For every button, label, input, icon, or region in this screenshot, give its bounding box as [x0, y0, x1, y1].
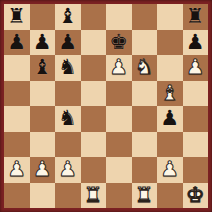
- square-c7: ♟: [55, 30, 81, 56]
- square-e4: [106, 106, 132, 132]
- chess-board-frame: ♜♝♜♟♟♟♚♟♝♞♟♞♟♝♞♟♟♟♟♟♜♜♚: [0, 0, 212, 212]
- square-h7: ♟: [183, 30, 209, 56]
- square-d7: [81, 30, 107, 56]
- white-knight-piece: ♞: [135, 55, 154, 81]
- chess-board: ♜♝♜♟♟♟♚♟♝♞♟♞♟♝♞♟♟♟♟♟♜♜♚: [4, 4, 208, 208]
- square-c3: [55, 132, 81, 158]
- square-g6: [157, 55, 183, 81]
- square-f4: [132, 106, 158, 132]
- square-h3: [183, 132, 209, 158]
- white-rook-piece: ♜: [84, 183, 103, 209]
- white-pawn-piece: ♟: [33, 157, 52, 183]
- black-pawn-piece: ♟: [58, 30, 77, 56]
- square-h4: [183, 106, 209, 132]
- square-f1: ♜: [132, 183, 158, 209]
- square-f5: [132, 81, 158, 107]
- square-g5: ♝: [157, 81, 183, 107]
- black-king-piece: ♚: [109, 30, 128, 56]
- square-e6: ♟: [106, 55, 132, 81]
- black-knight-piece: ♞: [58, 106, 77, 132]
- square-c6: ♞: [55, 55, 81, 81]
- square-a4: [4, 106, 30, 132]
- square-e3: [106, 132, 132, 158]
- black-pawn-piece: ♟: [33, 30, 52, 56]
- square-b7: ♟: [30, 30, 56, 56]
- square-d2: [81, 157, 107, 183]
- square-d8: [81, 4, 107, 30]
- square-d6: [81, 55, 107, 81]
- square-c8: ♝: [55, 4, 81, 30]
- square-d3: [81, 132, 107, 158]
- square-c1: [55, 183, 81, 209]
- white-pawn-piece: ♟: [58, 157, 77, 183]
- square-e1: [106, 183, 132, 209]
- square-a7: ♟: [4, 30, 30, 56]
- white-rook-piece: ♜: [135, 183, 154, 209]
- square-d1: ♜: [81, 183, 107, 209]
- square-g7: [157, 30, 183, 56]
- white-pawn-piece: ♟: [7, 157, 26, 183]
- square-b1: [30, 183, 56, 209]
- square-b8: [30, 4, 56, 30]
- white-pawn-piece: ♟: [186, 55, 205, 81]
- square-f7: [132, 30, 158, 56]
- square-f6: ♞: [132, 55, 158, 81]
- white-pawn-piece: ♟: [160, 157, 179, 183]
- square-h6: ♟: [183, 55, 209, 81]
- square-h5: [183, 81, 209, 107]
- square-g2: ♟: [157, 157, 183, 183]
- square-d4: [81, 106, 107, 132]
- square-c5: [55, 81, 81, 107]
- square-e5: [106, 81, 132, 107]
- white-king-piece: ♚: [186, 183, 205, 209]
- square-b6: ♝: [30, 55, 56, 81]
- square-c4: ♞: [55, 106, 81, 132]
- square-h1: ♚: [183, 183, 209, 209]
- black-pawn-piece: ♟: [160, 106, 179, 132]
- square-f8: [132, 4, 158, 30]
- square-f2: [132, 157, 158, 183]
- square-a2: ♟: [4, 157, 30, 183]
- square-e2: [106, 157, 132, 183]
- black-bishop-piece: ♝: [58, 4, 77, 30]
- square-b4: [30, 106, 56, 132]
- square-g3: [157, 132, 183, 158]
- square-h2: [183, 157, 209, 183]
- square-e7: ♚: [106, 30, 132, 56]
- square-g1: [157, 183, 183, 209]
- black-knight-piece: ♞: [58, 55, 77, 81]
- black-rook-piece: ♜: [7, 4, 26, 30]
- black-pawn-piece: ♟: [7, 30, 26, 56]
- square-a3: [4, 132, 30, 158]
- square-b3: [30, 132, 56, 158]
- square-a1: [4, 183, 30, 209]
- square-f3: [132, 132, 158, 158]
- square-b5: [30, 81, 56, 107]
- square-e8: [106, 4, 132, 30]
- white-bishop-piece: ♝: [160, 81, 179, 107]
- square-a8: ♜: [4, 4, 30, 30]
- square-c2: ♟: [55, 157, 81, 183]
- square-d5: [81, 81, 107, 107]
- square-b2: ♟: [30, 157, 56, 183]
- white-pawn-piece: ♟: [109, 55, 128, 81]
- square-a5: [4, 81, 30, 107]
- black-bishop-piece: ♝: [33, 55, 52, 81]
- black-rook-piece: ♜: [186, 4, 205, 30]
- black-pawn-piece: ♟: [186, 30, 205, 56]
- square-g8: [157, 4, 183, 30]
- square-a6: [4, 55, 30, 81]
- square-h8: ♜: [183, 4, 209, 30]
- square-g4: ♟: [157, 106, 183, 132]
